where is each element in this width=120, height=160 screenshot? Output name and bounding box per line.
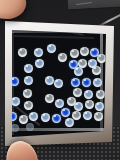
vignette <box>0 0 120 160</box>
photo-stage <box>0 0 120 160</box>
